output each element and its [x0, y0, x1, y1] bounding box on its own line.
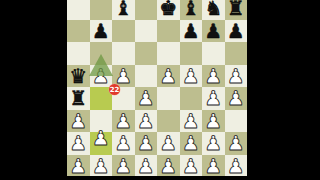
- square-e2[interactable]: ♟: [157, 132, 180, 155]
- square-g5[interactable]: ♟: [202, 65, 225, 88]
- black-bishop[interactable]: ♝: [112, 0, 135, 20]
- square-e1[interactable]: ♟: [157, 155, 180, 178]
- square-g1[interactable]: ♟: [202, 155, 225, 178]
- square-f4[interactable]: [180, 87, 203, 110]
- square-d5[interactable]: [135, 65, 158, 88]
- white-pawn[interactable]: ♟: [135, 155, 158, 178]
- square-a8[interactable]: [67, 0, 90, 20]
- black-pawn[interactable]: ♟: [180, 20, 203, 43]
- square-e7[interactable]: [157, 20, 180, 43]
- white-pawn[interactable]: ♟: [112, 155, 135, 178]
- white-pawn[interactable]: ♟: [157, 132, 180, 155]
- video-frame: ♝♚♝♞♜♟♟♟♟♛♟♟♟♟♟♟♜♟♟♟♟♟♟♟♟♟♟♟♟♟♟♟♟♟♟♟♟♟♟♟…: [0, 0, 320, 180]
- square-b7[interactable]: ♟: [90, 20, 113, 43]
- white-pawn[interactable]: ♟: [202, 132, 225, 155]
- square-h6[interactable]: [225, 42, 248, 65]
- white-pawn[interactable]: ♟: [112, 132, 135, 155]
- black-rook[interactable]: ♜: [225, 0, 248, 20]
- square-c8[interactable]: ♝: [112, 0, 135, 20]
- black-pawn[interactable]: ♟: [202, 20, 225, 43]
- square-a7[interactable]: [67, 20, 90, 43]
- square-h7[interactable]: ♟: [225, 20, 248, 43]
- white-pawn[interactable]: ♟: [202, 87, 225, 110]
- square-f5[interactable]: ♟: [180, 65, 203, 88]
- square-g2[interactable]: ♟: [202, 132, 225, 155]
- square-f7[interactable]: ♟: [180, 20, 203, 43]
- square-a5[interactable]: ♛: [67, 65, 90, 88]
- square-d7[interactable]: [135, 20, 158, 43]
- square-h3[interactable]: [225, 110, 248, 133]
- square-h2[interactable]: ♟: [225, 132, 248, 155]
- square-h1[interactable]: ♟: [225, 155, 248, 178]
- square-f8[interactable]: ♝: [180, 0, 203, 20]
- square-b2[interactable]: ♟: [90, 132, 113, 155]
- white-pawn[interactable]: ♟: [225, 132, 248, 155]
- square-a2[interactable]: ♟: [67, 132, 90, 155]
- square-h8[interactable]: ♜: [225, 0, 248, 20]
- black-king[interactable]: ♚: [157, 0, 180, 20]
- square-c2[interactable]: ♟: [112, 132, 135, 155]
- square-g4[interactable]: ♟: [202, 87, 225, 110]
- black-pawn[interactable]: ♟: [90, 20, 113, 43]
- square-e3[interactable]: [157, 110, 180, 133]
- square-f6[interactable]: [180, 42, 203, 65]
- black-pawn[interactable]: ♟: [225, 20, 248, 43]
- white-pawn[interactable]: ♟: [202, 65, 225, 88]
- square-a1[interactable]: ♟: [67, 155, 90, 178]
- square-c7[interactable]: [112, 20, 135, 43]
- white-pawn-moving[interactable]: ♟: [90, 127, 113, 150]
- black-queen[interactable]: ♛: [67, 65, 90, 88]
- white-pawn[interactable]: ♟: [180, 132, 203, 155]
- square-g6[interactable]: [202, 42, 225, 65]
- white-pawn[interactable]: ♟: [225, 87, 248, 110]
- square-d1[interactable]: ♟: [135, 155, 158, 178]
- white-pawn[interactable]: ♟: [225, 155, 248, 178]
- square-e4[interactable]: [157, 87, 180, 110]
- square-b1[interactable]: ♟: [90, 155, 113, 178]
- square-c3[interactable]: ♟: [112, 110, 135, 133]
- square-h5[interactable]: ♟: [225, 65, 248, 88]
- move-number-badge: 22: [109, 84, 120, 95]
- square-c1[interactable]: ♟: [112, 155, 135, 178]
- square-d3[interactable]: ♟: [135, 110, 158, 133]
- white-pawn[interactable]: ♟: [90, 155, 113, 178]
- square-e5[interactable]: ♟: [157, 65, 180, 88]
- square-f3[interactable]: ♟: [180, 110, 203, 133]
- black-knight[interactable]: ♞: [202, 0, 225, 20]
- square-d2[interactable]: ♟: [135, 132, 158, 155]
- square-c6[interactable]: [112, 42, 135, 65]
- white-pawn[interactable]: ♟: [180, 155, 203, 178]
- square-b8[interactable]: [90, 0, 113, 20]
- white-pawn[interactable]: ♟: [202, 110, 225, 133]
- square-e8[interactable]: ♚: [157, 0, 180, 20]
- square-a6[interactable]: [67, 42, 90, 65]
- white-pawn[interactable]: ♟: [135, 132, 158, 155]
- square-d6[interactable]: [135, 42, 158, 65]
- square-a4[interactable]: ♜: [67, 87, 90, 110]
- square-e6[interactable]: [157, 42, 180, 65]
- white-pawn[interactable]: ♟: [135, 87, 158, 110]
- white-pawn[interactable]: ♟: [157, 155, 180, 178]
- white-pawn[interactable]: ♟: [180, 110, 203, 133]
- black-rook[interactable]: ♜: [67, 87, 90, 110]
- square-h4[interactable]: ♟: [225, 87, 248, 110]
- white-pawn[interactable]: ♟: [135, 110, 158, 133]
- square-g8[interactable]: ♞: [202, 0, 225, 20]
- white-pawn[interactable]: ♟: [202, 155, 225, 178]
- white-pawn[interactable]: ♟: [225, 65, 248, 88]
- letterbox-left: [0, 0, 67, 180]
- white-pawn[interactable]: ♟: [180, 65, 203, 88]
- square-f1[interactable]: ♟: [180, 155, 203, 178]
- white-pawn[interactable]: ♟: [67, 110, 90, 133]
- square-d4[interactable]: ♟: [135, 87, 158, 110]
- square-g7[interactable]: ♟: [202, 20, 225, 43]
- letterbox-right: [247, 0, 320, 180]
- hint-arrow-icon: [89, 54, 113, 76]
- square-f2[interactable]: ♟: [180, 132, 203, 155]
- square-a3[interactable]: ♟: [67, 110, 90, 133]
- chess-board[interactable]: ♝♚♝♞♜♟♟♟♟♛♟♟♟♟♟♟♜♟♟♟♟♟♟♟♟♟♟♟♟♟♟♟♟♟♟♟♟♟♟♟…: [67, 0, 247, 177]
- white-pawn[interactable]: ♟: [67, 155, 90, 178]
- white-pawn[interactable]: ♟: [112, 110, 135, 133]
- white-pawn[interactable]: ♟: [157, 65, 180, 88]
- square-d8[interactable]: [135, 0, 158, 20]
- black-bishop[interactable]: ♝: [180, 0, 203, 20]
- white-pawn[interactable]: ♟: [67, 132, 90, 155]
- square-g3[interactable]: ♟: [202, 110, 225, 133]
